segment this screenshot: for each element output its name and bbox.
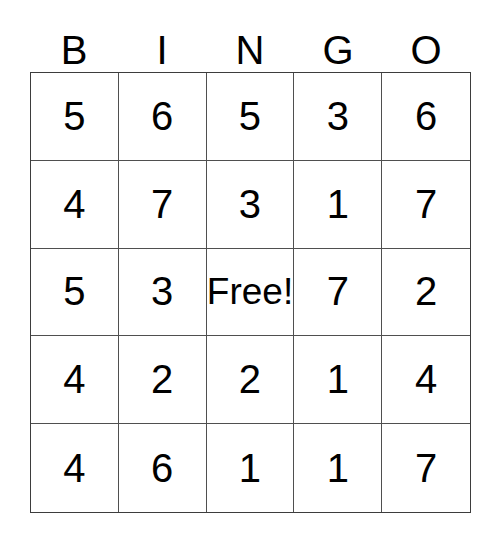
header-letter-g: G bbox=[294, 30, 382, 72]
cell-r3c2[interactable]: 3 bbox=[119, 249, 207, 337]
cell-r4c3[interactable]: 2 bbox=[207, 336, 295, 424]
bingo-grid: 5 6 5 3 6 4 7 3 1 7 5 3 Free! 7 2 4 2 2 … bbox=[30, 72, 471, 513]
cell-r1c5[interactable]: 6 bbox=[382, 73, 470, 161]
cell-r5c2[interactable]: 6 bbox=[119, 424, 207, 512]
cell-r5c3[interactable]: 1 bbox=[207, 424, 295, 512]
free-cell[interactable]: Free! bbox=[207, 249, 295, 337]
cell-r3c4[interactable]: 7 bbox=[294, 249, 382, 337]
header-letter-i: I bbox=[118, 30, 206, 72]
cell-r4c4[interactable]: 1 bbox=[294, 336, 382, 424]
cell-r1c2[interactable]: 6 bbox=[119, 73, 207, 161]
bingo-card: B I N G O 5 6 5 3 6 4 7 3 1 7 5 3 Free! … bbox=[30, 0, 471, 513]
cell-r3c5[interactable]: 2 bbox=[382, 249, 470, 337]
cell-r5c4[interactable]: 1 bbox=[294, 424, 382, 512]
bingo-card-page: B I N G O 5 6 5 3 6 4 7 3 1 7 5 3 Free! … bbox=[0, 0, 500, 544]
cell-r5c5[interactable]: 7 bbox=[382, 424, 470, 512]
cell-r1c1[interactable]: 5 bbox=[31, 73, 119, 161]
cell-r2c2[interactable]: 7 bbox=[119, 161, 207, 249]
cell-r2c3[interactable]: 3 bbox=[207, 161, 295, 249]
bingo-header: B I N G O bbox=[30, 0, 471, 72]
cell-r1c3[interactable]: 5 bbox=[207, 73, 295, 161]
cell-r5c1[interactable]: 4 bbox=[31, 424, 119, 512]
cell-r1c4[interactable]: 3 bbox=[294, 73, 382, 161]
cell-r2c1[interactable]: 4 bbox=[31, 161, 119, 249]
header-letter-o: O bbox=[382, 30, 470, 72]
header-letter-b: B bbox=[30, 30, 118, 72]
cell-r3c1[interactable]: 5 bbox=[31, 249, 119, 337]
header-letter-n: N bbox=[206, 30, 294, 72]
cell-r4c1[interactable]: 4 bbox=[31, 336, 119, 424]
cell-r4c2[interactable]: 2 bbox=[119, 336, 207, 424]
cell-r2c4[interactable]: 1 bbox=[294, 161, 382, 249]
cell-r4c5[interactable]: 4 bbox=[382, 336, 470, 424]
cell-r2c5[interactable]: 7 bbox=[382, 161, 470, 249]
